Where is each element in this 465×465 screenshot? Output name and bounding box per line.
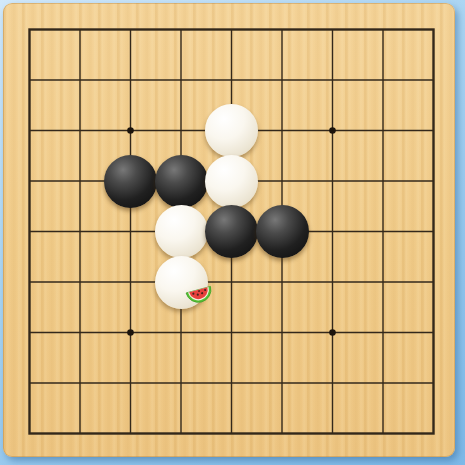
board-point[interactable] (55, 206, 106, 257)
board-point[interactable] (156, 4, 207, 55)
board-point[interactable] (408, 4, 459, 55)
board-point[interactable] (408, 307, 459, 358)
board-point[interactable] (257, 55, 308, 106)
board-point[interactable] (4, 307, 55, 358)
board-point[interactable] (307, 358, 358, 409)
board-point[interactable] (4, 4, 55, 55)
points-grid (4, 4, 459, 459)
board-point[interactable] (257, 358, 308, 409)
board-point[interactable] (156, 408, 207, 459)
board-point[interactable] (4, 257, 55, 308)
board-point[interactable] (257, 307, 308, 358)
board-point[interactable] (105, 105, 156, 156)
board-point[interactable] (55, 257, 106, 308)
board-point[interactable] (358, 4, 409, 55)
board-point[interactable] (4, 206, 55, 257)
board-point[interactable] (307, 105, 358, 156)
board-point[interactable] (408, 206, 459, 257)
board-point[interactable] (105, 307, 156, 358)
board-point[interactable] (55, 105, 106, 156)
board-point[interactable] (408, 55, 459, 106)
board-point[interactable] (156, 358, 207, 409)
board-point[interactable] (408, 257, 459, 308)
stone-black (104, 155, 157, 208)
board-point[interactable] (408, 408, 459, 459)
board-point[interactable] (307, 408, 358, 459)
stone-white (205, 155, 258, 208)
board-point[interactable] (4, 408, 55, 459)
stone-white (155, 205, 208, 258)
board-point[interactable] (206, 55, 257, 106)
board-point[interactable] (156, 105, 207, 156)
board-point[interactable] (206, 307, 257, 358)
board-point[interactable] (257, 408, 308, 459)
board-point[interactable] (105, 408, 156, 459)
stone-black (205, 205, 258, 258)
board-point[interactable] (156, 307, 207, 358)
board-point[interactable] (358, 105, 409, 156)
board-point[interactable] (358, 206, 409, 257)
stone-white (205, 104, 258, 157)
board-point[interactable] (206, 105, 257, 156)
watermelon-icon (184, 276, 213, 305)
board-point[interactable] (307, 4, 358, 55)
board-point[interactable] (4, 55, 55, 106)
board-point[interactable] (55, 156, 106, 207)
board-point[interactable] (358, 408, 409, 459)
board-point[interactable] (307, 257, 358, 308)
stone-black (256, 205, 309, 258)
board-point[interactable] (156, 156, 207, 207)
board-point[interactable] (156, 206, 207, 257)
board-point[interactable] (358, 257, 409, 308)
board-point[interactable] (156, 257, 207, 308)
board-point[interactable] (55, 307, 106, 358)
board-point[interactable] (105, 4, 156, 55)
board-point[interactable] (257, 105, 308, 156)
board-point[interactable] (55, 358, 106, 409)
stone-black (155, 155, 208, 208)
board-point[interactable] (358, 358, 409, 409)
board-point[interactable] (4, 358, 55, 409)
board-point[interactable] (257, 257, 308, 308)
stone-white (155, 256, 208, 309)
board-point[interactable] (257, 206, 308, 257)
go-board[interactable] (3, 3, 455, 457)
board-point[interactable] (105, 156, 156, 207)
board-point[interactable] (307, 307, 358, 358)
board-point[interactable] (4, 156, 55, 207)
board-point[interactable] (408, 358, 459, 409)
board-point[interactable] (206, 156, 257, 207)
board-point[interactable] (105, 206, 156, 257)
board-point[interactable] (105, 55, 156, 106)
board-point[interactable] (307, 156, 358, 207)
board-point[interactable] (55, 55, 106, 106)
board-point[interactable] (206, 4, 257, 55)
board-point[interactable] (105, 358, 156, 409)
board-point[interactable] (408, 105, 459, 156)
board-point[interactable] (206, 408, 257, 459)
board-point[interactable] (307, 55, 358, 106)
board-point[interactable] (257, 4, 308, 55)
board-point[interactable] (408, 156, 459, 207)
board-point[interactable] (358, 55, 409, 106)
board-point[interactable] (55, 408, 106, 459)
board-point[interactable] (358, 156, 409, 207)
board-point[interactable] (4, 105, 55, 156)
board-point[interactable] (307, 206, 358, 257)
board-point[interactable] (105, 257, 156, 308)
board-point[interactable] (206, 358, 257, 409)
board-point[interactable] (257, 156, 308, 207)
board-point[interactable] (358, 307, 409, 358)
board-point[interactable] (206, 257, 257, 308)
board-point[interactable] (55, 4, 106, 55)
board-point[interactable] (206, 206, 257, 257)
app-background: { "app": { "title": "Go board", "descrip… (0, 0, 465, 465)
board-point[interactable] (156, 55, 207, 106)
